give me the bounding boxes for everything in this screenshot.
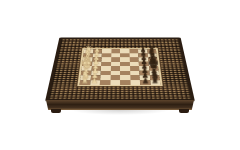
square	[110, 80, 120, 85]
square	[100, 75, 110, 80]
square	[129, 57, 138, 61]
square	[120, 80, 130, 85]
square: ♜	[80, 80, 91, 85]
square	[110, 66, 120, 71]
board-foot-right	[179, 109, 189, 113]
square: ♟	[140, 80, 150, 85]
playing-field: ♜♟♟♜♞♟♟♞♝♟♟♝♛♟♟♛♚♟♟♚♝♟♟♝♞♟♟♞♜♟♟♜	[77, 48, 162, 86]
square	[130, 75, 140, 80]
square: ♜	[150, 80, 161, 85]
square	[100, 80, 110, 85]
chess-piece-white-rook: ♜	[81, 76, 89, 85]
board-foot-left	[51, 109, 61, 113]
square	[130, 66, 140, 71]
square	[110, 75, 120, 80]
square	[120, 66, 130, 71]
product-photo: ♜♟♟♜♞♟♟♞♝♟♟♝♛♟♟♛♚♟♟♚♝♟♟♝♞♟♟♞♜♟♟♜	[0, 0, 240, 150]
chess-piece-black-rook: ♜	[152, 76, 160, 85]
square	[120, 71, 130, 76]
chess-board: ♜♟♟♜♞♟♟♞♝♟♟♝♛♟♟♛♚♟♟♚♝♟♟♝♞♟♟♞♜♟♟♜	[45, 38, 195, 102]
square	[100, 71, 110, 76]
board-front-edge	[46, 100, 194, 110]
chess-piece-white-pawn: ♟	[91, 78, 98, 85]
square	[120, 57, 129, 61]
square: ♟	[90, 80, 100, 85]
square	[101, 62, 111, 66]
square	[110, 71, 120, 76]
square	[111, 62, 121, 66]
square	[129, 62, 139, 66]
square	[101, 66, 111, 71]
square	[130, 71, 140, 76]
square	[111, 57, 120, 61]
square	[101, 57, 110, 61]
chess-piece-black-pawn: ♟	[142, 78, 149, 85]
square	[120, 62, 130, 66]
square	[120, 75, 130, 80]
square	[130, 80, 140, 85]
